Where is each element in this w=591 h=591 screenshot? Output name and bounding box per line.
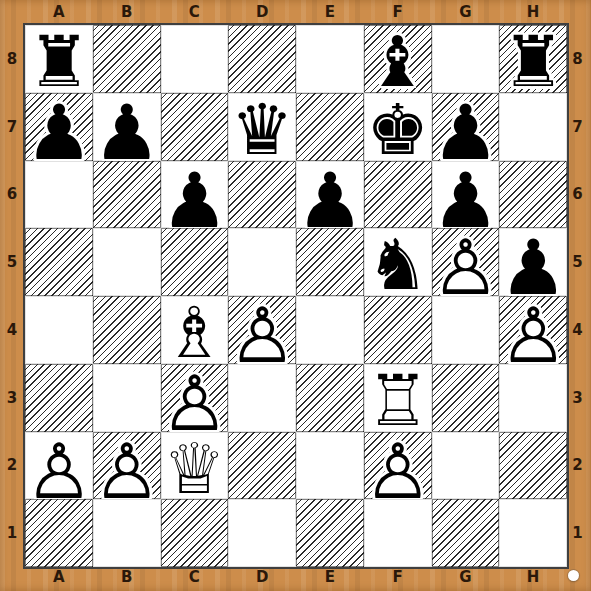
square-b7[interactable]: ♟♟	[93, 93, 161, 161]
square-a2[interactable]: ♟♙	[25, 432, 93, 500]
file-label-bottom-g: G	[459, 568, 471, 586]
piece-black-rook-h8[interactable]: ♜♜	[499, 27, 567, 95]
rank-label-right-6: 6	[572, 185, 582, 203]
rank-label-right-1: 1	[572, 524, 582, 542]
square-h4[interactable]: ♟♙	[499, 296, 567, 364]
piece-white-bishop-c4[interactable]: ♝♗	[161, 298, 229, 366]
square-e4[interactable]	[296, 296, 364, 364]
piece-white-pawn-b2[interactable]: ♟♙	[93, 434, 161, 502]
rank-label-right-3: 3	[572, 389, 582, 407]
rank-label-left-7: 7	[7, 118, 17, 136]
rank-label-right-8: 8	[572, 50, 582, 68]
square-d4[interactable]: ♟♙	[228, 296, 296, 364]
rank-label-left-1: 1	[7, 524, 17, 542]
file-label-top-f: F	[393, 3, 403, 21]
piece-glyph: ♙	[432, 230, 500, 306]
file-label-top-b: B	[121, 3, 132, 21]
square-g5[interactable]: ♟♙	[432, 228, 500, 296]
rank-label-right-4: 4	[572, 321, 582, 339]
square-d6[interactable]	[228, 161, 296, 229]
file-label-top-h: H	[527, 3, 540, 21]
square-a3[interactable]	[25, 364, 93, 432]
square-b3[interactable]	[93, 364, 161, 432]
square-g6[interactable]: ♟♟	[432, 161, 500, 229]
piece-glyph: ♙	[364, 434, 432, 510]
rank-label-left-2: 2	[7, 456, 17, 474]
square-f1[interactable]	[364, 499, 432, 567]
square-g4[interactable]	[432, 296, 500, 364]
piece-glyph: ♝	[366, 27, 429, 97]
piece-black-knight-f5[interactable]: ♞♞	[364, 230, 432, 298]
square-a7[interactable]: ♟♟	[25, 93, 93, 161]
square-c4[interactable]: ♝♗	[161, 296, 229, 364]
square-c7[interactable]	[161, 93, 229, 161]
square-g3[interactable]	[432, 364, 500, 432]
square-h7[interactable]	[499, 93, 567, 161]
piece-black-king-f7[interactable]: ♚♚	[364, 95, 432, 163]
square-b2[interactable]: ♟♙	[93, 432, 161, 500]
piece-glyph: ♙	[93, 434, 161, 510]
square-g2[interactable]	[432, 432, 500, 500]
piece-glyph: ♙	[228, 298, 296, 374]
piece-glyph: ♜	[27, 27, 90, 97]
piece-black-pawn-a7[interactable]: ♟♟	[25, 95, 93, 163]
square-f7[interactable]: ♚♚	[364, 93, 432, 161]
square-e8[interactable]	[296, 25, 364, 93]
square-e5[interactable]	[296, 228, 364, 296]
piece-black-pawn-g6[interactable]: ♟♟	[432, 163, 500, 231]
square-h1[interactable]	[499, 499, 567, 567]
piece-black-queen-d7[interactable]: ♛♛	[228, 95, 296, 163]
square-d3[interactable]	[228, 364, 296, 432]
square-a4[interactable]	[25, 296, 93, 364]
file-label-bottom-c: C	[189, 568, 200, 586]
side-to-move-indicator	[568, 570, 579, 581]
rank-label-left-8: 8	[7, 50, 17, 68]
square-h5[interactable]: ♟♟	[499, 228, 567, 296]
file-label-bottom-b: B	[121, 568, 132, 586]
square-a5[interactable]	[25, 228, 93, 296]
square-f5[interactable]: ♞♞	[364, 228, 432, 296]
square-c6[interactable]: ♟♟	[161, 161, 229, 229]
square-c1[interactable]	[161, 499, 229, 567]
piece-black-bishop-f8[interactable]: ♝♝	[364, 27, 432, 95]
square-c5[interactable]	[161, 228, 229, 296]
piece-white-pawn-d4[interactable]: ♟♙	[228, 298, 296, 366]
file-label-bottom-a: A	[53, 568, 65, 586]
square-c8[interactable]	[161, 25, 229, 93]
square-d5[interactable]	[228, 228, 296, 296]
rank-label-right-2: 2	[572, 456, 582, 474]
file-label-bottom-e: E	[325, 568, 335, 586]
square-b1[interactable]	[93, 499, 161, 567]
piece-glyph: ♟	[25, 95, 93, 171]
piece-black-pawn-b7[interactable]: ♟♟	[93, 95, 161, 163]
square-d7[interactable]: ♛♛	[228, 93, 296, 161]
piece-glyph: ♙	[25, 434, 93, 510]
square-e6[interactable]: ♟♟	[296, 161, 364, 229]
piece-glyph: ♕	[163, 434, 226, 504]
piece-white-pawn-f2[interactable]: ♟♙	[364, 434, 432, 502]
square-g7[interactable]: ♟♟	[432, 93, 500, 161]
square-a1[interactable]	[25, 499, 93, 567]
piece-glyph: ♛	[231, 95, 294, 165]
file-label-bottom-h: H	[527, 568, 540, 586]
piece-black-pawn-c6[interactable]: ♟♟	[161, 163, 229, 231]
square-f3[interactable]: ♜♖	[364, 364, 432, 432]
square-f8[interactable]: ♝♝	[364, 25, 432, 93]
square-d8[interactable]	[228, 25, 296, 93]
file-label-top-g: G	[459, 3, 471, 21]
file-label-bottom-d: D	[256, 568, 268, 586]
file-label-top-d: D	[256, 3, 268, 21]
piece-black-pawn-e6[interactable]: ♟♟	[296, 163, 364, 231]
file-label-top-e: E	[325, 3, 335, 21]
rank-label-left-6: 6	[7, 185, 17, 203]
piece-black-pawn-h5[interactable]: ♟♟	[499, 230, 567, 298]
piece-glyph: ♟	[296, 163, 364, 239]
piece-white-pawn-h4[interactable]: ♟♙	[499, 298, 567, 366]
chess-board[interactable]: ♜♜♝♝♜♜♟♟♟♟♛♛♚♚♟♟♟♟♟♟♟♟♞♞♟♙♟♟♝♗♟♙♟♙♟♙♜♖♟♙…	[23, 23, 569, 569]
file-label-top-c: C	[189, 3, 200, 21]
rank-label-left-4: 4	[7, 321, 17, 339]
file-label-bottom-f: F	[393, 568, 403, 586]
piece-black-pawn-g7[interactable]: ♟♟	[432, 95, 500, 163]
file-label-top-a: A	[53, 3, 65, 21]
piece-glyph: ♗	[163, 298, 226, 368]
square-e7[interactable]	[296, 93, 364, 161]
square-h6[interactable]	[499, 161, 567, 229]
square-a6[interactable]	[25, 161, 93, 229]
piece-white-rook-f3[interactable]: ♜♖	[364, 366, 432, 434]
square-b5[interactable]	[93, 228, 161, 296]
rank-label-right-5: 5	[572, 253, 582, 271]
rank-label-right-7: 7	[572, 118, 582, 136]
piece-glyph: ♟	[93, 95, 161, 171]
square-g1[interactable]	[432, 499, 500, 567]
piece-glyph: ♙	[499, 298, 567, 374]
square-a8[interactable]: ♜♜	[25, 25, 93, 93]
square-b4[interactable]	[93, 296, 161, 364]
rank-label-left-3: 3	[7, 389, 17, 407]
rank-label-left-5: 5	[7, 253, 17, 271]
piece-black-rook-a8[interactable]: ♜♜	[25, 27, 93, 95]
square-g8[interactable]	[432, 25, 500, 93]
chess-diagram: ♜♜♝♝♜♜♟♟♟♟♛♛♚♚♟♟♟♟♟♟♟♟♞♞♟♙♟♟♝♗♟♙♟♙♟♙♜♖♟♙…	[0, 0, 591, 591]
square-f4[interactable]	[364, 296, 432, 364]
square-c2[interactable]: ♛♕	[161, 432, 229, 500]
square-f6[interactable]	[364, 161, 432, 229]
piece-white-pawn-g5[interactable]: ♟♙	[432, 230, 500, 298]
piece-white-pawn-c3[interactable]: ♟♙	[161, 366, 229, 434]
piece-glyph: ♚	[366, 95, 429, 165]
piece-glyph: ♜	[502, 27, 565, 97]
square-b8[interactable]	[93, 25, 161, 93]
piece-white-queen-c2[interactable]: ♛♕	[161, 434, 229, 502]
square-f2[interactable]: ♟♙	[364, 432, 432, 500]
square-e1[interactable]	[296, 499, 364, 567]
square-c3[interactable]: ♟♙	[161, 364, 229, 432]
square-b6[interactable]	[93, 161, 161, 229]
square-e2[interactable]	[296, 432, 364, 500]
square-h8[interactable]: ♜♜	[499, 25, 567, 93]
piece-white-pawn-a2[interactable]: ♟♙	[25, 434, 93, 502]
square-d2[interactable]	[228, 432, 296, 500]
piece-glyph: ♟	[161, 163, 229, 239]
square-h2[interactable]	[499, 432, 567, 500]
square-e3[interactable]	[296, 364, 364, 432]
square-h3[interactable]	[499, 364, 567, 432]
square-d1[interactable]	[228, 499, 296, 567]
piece-glyph: ♞	[366, 230, 429, 300]
piece-glyph: ♖	[366, 366, 429, 436]
